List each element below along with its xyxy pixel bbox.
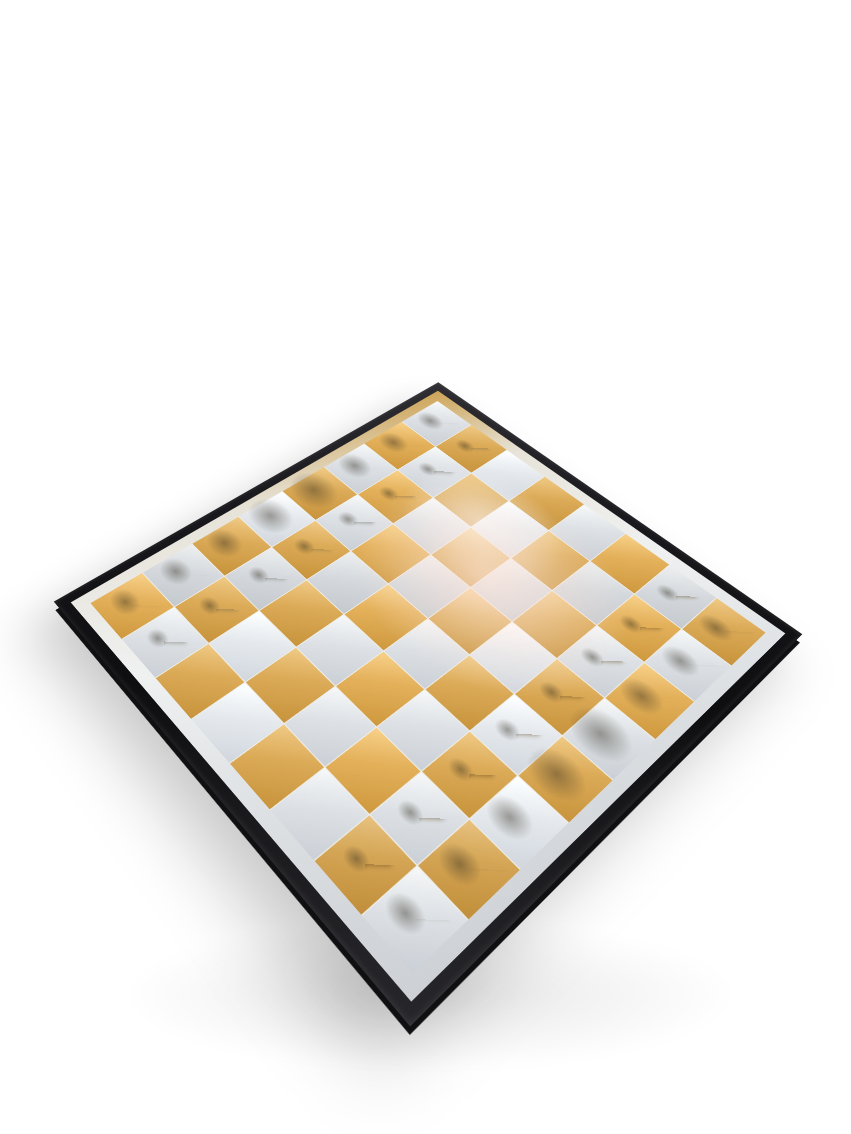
chess-board: ♜♟♟♜♞♟♟♞♝♟♟♝♚♟♟♚♛♟♟♛♝♟♟♝♞♟♟♞♜♟♟♜ [54,382,803,1026]
photo-stage: ♜♟♟♜♞♟♟♞♝♟♟♝♚♟♟♚♛♟♟♛♝♟♟♝♞♟♟♞♜♟♟♜ [0,0,851,1134]
gold-rook[interactable]: ♜ [362,813,471,928]
silver-pawn[interactable]: ♟ [135,584,197,649]
perspective-scene: ♜♟♟♜♞♟♟♞♝♟♟♝♚♟♟♚♛♟♟♛♝♟♟♝♞♟♟♞♜♟♟♜ [0,0,851,1134]
board-square-r5c3[interactable] [296,615,382,685]
board-square-r6c3[interactable] [245,648,334,723]
board-square-r6c2[interactable] [209,611,295,681]
board-square-r5c4[interactable] [336,652,425,727]
camera-tilt: ♜♟♟♜♞♟♟♞♝♟♟♝♚♟♟♚♛♟♟♛♝♟♟♝♞♟♟♞♜♟♟♜ [0,0,851,1134]
